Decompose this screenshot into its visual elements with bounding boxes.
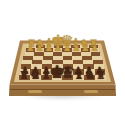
- board-row: ♜♞♝♚♛♝♞♜: [19, 75, 107, 81]
- square-d8: ♛: [62, 75, 73, 81]
- box-latch-left: [28, 90, 42, 93]
- square-h8: ♜: [19, 75, 30, 81]
- square-c8: ♝: [73, 75, 84, 81]
- box-latch-right: [84, 90, 98, 93]
- square-b8: ♞: [84, 75, 95, 81]
- chess-board: ♜♞♝♚♛♝♞♜♟♟♟♟♟♟♟♟♟♟♟♟♟♟♟♟♜♞♝♚♛♝♞♜: [0, 45, 125, 80]
- box-seam: [10, 89, 115, 90]
- square-g8: ♞: [30, 75, 41, 81]
- square-e8: ♚: [52, 75, 63, 81]
- square-a8: ♜: [95, 75, 106, 81]
- square-f8: ♝: [41, 75, 52, 81]
- chess-set-photo: ♜♞♝♚♛♝♞♜♟♟♟♟♟♟♟♟♟♟♟♟♟♟♟♟♜♞♝♚♛♝♞♜: [0, 0, 125, 125]
